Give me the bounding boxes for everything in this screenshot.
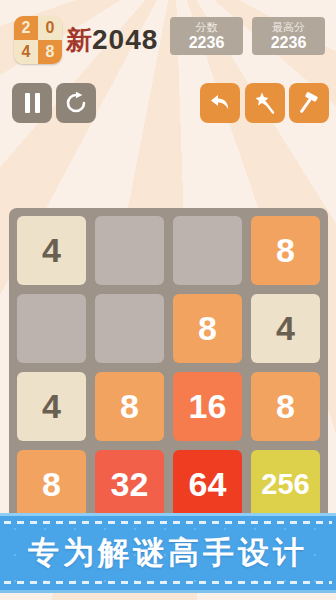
logo-tile-8: 8 [38, 40, 62, 64]
empty-cell [173, 216, 242, 285]
tile-8: 8 [17, 450, 86, 519]
magic-wand-button[interactable] [245, 83, 285, 123]
best-score-box: 最高分 2236 [252, 17, 325, 55]
magic-wand-icon [253, 91, 277, 115]
tile-8: 8 [95, 372, 164, 441]
restart-button[interactable] [56, 83, 96, 123]
banner-dash-top [4, 521, 332, 524]
tile-4: 4 [17, 372, 86, 441]
restart-icon [64, 91, 88, 115]
promo-banner[interactable]: 专为解谜高手设计 [0, 513, 336, 593]
hammer-button[interactable] [289, 83, 329, 123]
tile-64: 64 [173, 450, 242, 519]
hammer-icon [297, 91, 321, 115]
app-title: 新 2048 [66, 22, 158, 58]
best-score-value: 2236 [252, 34, 325, 52]
empty-cell [17, 294, 86, 363]
tile-4: 4 [17, 216, 86, 285]
tile-32: 32 [95, 450, 164, 519]
tile-8: 8 [251, 372, 320, 441]
app-logo: 2 0 4 8 [14, 16, 62, 64]
logo-tile-4: 4 [14, 40, 38, 64]
tile-256: 256 [251, 450, 320, 519]
best-score-label: 最高分 [252, 20, 325, 34]
empty-cell [95, 216, 164, 285]
board-grid[interactable]: 48844816883264256 [9, 208, 328, 527]
tile-8: 8 [251, 216, 320, 285]
score-value: 2236 [170, 34, 243, 52]
banner-text: 专为解谜高手设计 [28, 532, 308, 574]
app-title-number: 2048 [92, 24, 158, 56]
tile-16: 16 [173, 372, 242, 441]
pause-button[interactable] [12, 83, 52, 123]
pause-icon [25, 93, 40, 113]
banner-dash-bottom [4, 581, 332, 584]
undo-button[interactable] [200, 83, 240, 123]
banner-bottom-edge [0, 590, 336, 593]
logo-tile-0: 0 [38, 16, 62, 40]
tile-8: 8 [173, 294, 242, 363]
empty-cell [95, 294, 164, 363]
tile-4: 4 [251, 294, 320, 363]
undo-icon [208, 91, 232, 115]
score-box: 分数 2236 [170, 17, 243, 55]
logo-tile-2: 2 [14, 16, 38, 40]
app-title-new: 新 [66, 23, 92, 58]
score-label: 分数 [170, 20, 243, 34]
